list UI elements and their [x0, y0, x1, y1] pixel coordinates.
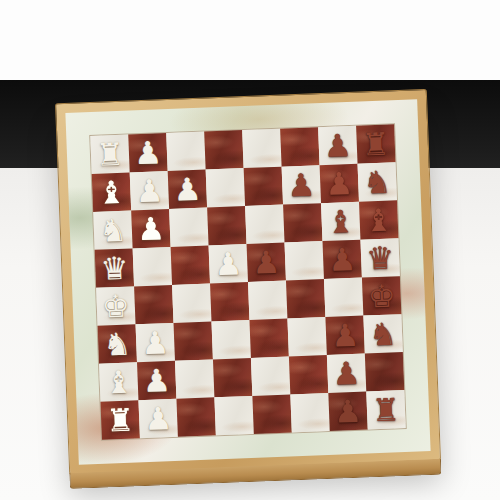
square-g2[interactable]: ♟	[137, 361, 176, 400]
square-g8[interactable]	[365, 352, 404, 391]
square-d2[interactable]	[133, 247, 172, 286]
square-d3[interactable]	[171, 245, 210, 284]
white-rook-h1[interactable]: ♜	[100, 400, 139, 439]
square-d6[interactable]	[285, 241, 324, 280]
square-a5[interactable]	[242, 129, 281, 168]
square-h2[interactable]: ♟	[138, 399, 177, 438]
white-pawn-f2[interactable]: ♟	[136, 323, 175, 362]
square-e4[interactable]	[210, 282, 249, 321]
white-king-e1[interactable]: ♚	[96, 286, 135, 325]
square-f1[interactable]: ♞	[98, 324, 137, 363]
square-a6[interactable]	[280, 127, 319, 166]
square-f2[interactable]: ♟	[136, 323, 175, 362]
square-e6[interactable]	[286, 279, 325, 318]
white-knight-c1[interactable]: ♞	[93, 210, 132, 249]
square-c3[interactable]	[169, 208, 208, 247]
red-pawn-h7[interactable]: ♟	[328, 392, 367, 431]
square-b4[interactable]	[206, 168, 245, 207]
white-pawn-h2[interactable]: ♟	[138, 399, 177, 438]
square-d7[interactable]: ♟	[322, 240, 361, 279]
square-d4[interactable]: ♟	[209, 244, 248, 283]
square-e2[interactable]	[134, 285, 173, 324]
square-b6[interactable]: ♟	[282, 165, 321, 204]
square-h1[interactable]: ♜	[100, 400, 139, 439]
square-c2[interactable]: ♟	[131, 209, 170, 248]
square-b8[interactable]: ♞	[358, 162, 397, 201]
white-pawn-b3[interactable]: ♟	[168, 170, 207, 209]
square-h4[interactable]	[214, 396, 253, 435]
red-pawn-f7[interactable]: ♟	[325, 316, 364, 355]
square-c4[interactable]	[207, 206, 246, 245]
square-a4[interactable]	[204, 130, 243, 169]
square-c7[interactable]: ♝	[321, 202, 360, 241]
square-g7[interactable]: ♟	[327, 354, 366, 393]
white-knight-f1[interactable]: ♞	[98, 324, 137, 363]
white-pawn-a2[interactable]: ♟	[128, 133, 167, 172]
square-e3[interactable]	[172, 283, 211, 322]
square-g6[interactable]	[289, 355, 328, 394]
chess-set: ♜♟♟♜♝♟♟♟♟♞♞♟♝♝♛♟♟♟♛♚♚♞♟♟♞♝♟♟♜♟♟♜	[55, 89, 441, 475]
square-f3[interactable]	[174, 321, 213, 360]
square-f4[interactable]	[211, 320, 250, 359]
square-d1[interactable]: ♛	[95, 248, 134, 287]
red-pawn-a7[interactable]: ♟	[318, 126, 357, 165]
square-c5[interactable]	[245, 205, 284, 244]
square-c1[interactable]: ♞	[93, 210, 132, 249]
square-b5[interactable]	[244, 167, 283, 206]
red-pawn-b7[interactable]: ♟	[320, 164, 359, 203]
square-h8[interactable]: ♜	[366, 390, 405, 429]
red-pawn-d5[interactable]: ♟	[247, 243, 286, 282]
chess-board: ♜♟♟♜♝♟♟♟♟♞♞♟♝♝♛♟♟♟♛♚♚♞♟♟♞♝♟♟♜♟♟♜	[89, 123, 407, 441]
red-rook-h8[interactable]: ♜	[366, 390, 405, 429]
square-h6[interactable]	[290, 393, 329, 432]
square-h7[interactable]: ♟	[328, 392, 367, 431]
white-pawn-d4[interactable]: ♟	[209, 244, 248, 283]
red-knight-b8[interactable]: ♞	[358, 162, 397, 201]
red-rook-a8[interactable]: ♜	[356, 124, 395, 163]
white-pawn-g2[interactable]: ♟	[137, 361, 176, 400]
square-f7[interactable]: ♟	[325, 316, 364, 355]
square-f8[interactable]: ♞	[363, 314, 402, 353]
white-pawn-c2[interactable]: ♟	[131, 209, 170, 248]
red-pawn-d7[interactable]: ♟	[322, 240, 361, 279]
square-e7[interactable]	[324, 278, 363, 317]
square-g1[interactable]: ♝	[99, 362, 138, 401]
white-bishop-g1[interactable]: ♝	[99, 362, 138, 401]
onyx-border: ♜♟♟♜♝♟♟♟♟♞♞♟♝♝♛♟♟♟♛♚♚♞♟♟♞♝♟♟♜♟♟♜	[65, 99, 430, 464]
square-a1[interactable]: ♜	[90, 134, 129, 173]
square-b7[interactable]: ♟	[320, 164, 359, 203]
square-e8[interactable]: ♚	[362, 276, 401, 315]
square-b1[interactable]: ♝	[92, 172, 131, 211]
square-b2[interactable]: ♟	[130, 171, 169, 210]
square-a2[interactable]: ♟	[128, 133, 167, 172]
square-g3[interactable]	[175, 359, 214, 398]
square-g4[interactable]	[213, 358, 252, 397]
square-d5[interactable]: ♟	[247, 243, 286, 282]
square-g5[interactable]	[251, 356, 290, 395]
red-king-e8[interactable]: ♚	[362, 276, 401, 315]
red-pawn-g7[interactable]: ♟	[327, 354, 366, 393]
square-h3[interactable]	[176, 397, 215, 436]
square-e5[interactable]	[248, 281, 287, 320]
square-h5[interactable]	[252, 394, 291, 433]
square-d8[interactable]: ♛	[360, 238, 399, 277]
white-queen-d1[interactable]: ♛	[95, 248, 134, 287]
red-bishop-c7[interactable]: ♝	[321, 202, 360, 241]
square-f6[interactable]	[287, 317, 326, 356]
red-queen-d8[interactable]: ♛	[360, 238, 399, 277]
red-pawn-b6[interactable]: ♟	[282, 165, 321, 204]
square-f5[interactable]	[249, 319, 288, 358]
red-bishop-c8[interactable]: ♝	[359, 200, 398, 239]
square-e1[interactable]: ♚	[96, 286, 135, 325]
square-c8[interactable]: ♝	[359, 200, 398, 239]
square-b3[interactable]: ♟	[168, 170, 207, 209]
square-a8[interactable]: ♜	[356, 124, 395, 163]
wooden-tray: ♜♟♟♜♝♟♟♟♟♞♞♟♝♝♛♟♟♟♛♚♚♞♟♟♞♝♟♟♜♟♟♜	[55, 89, 441, 475]
square-c6[interactable]	[283, 203, 322, 242]
white-pawn-b2[interactable]: ♟	[130, 171, 169, 210]
white-bishop-b1[interactable]: ♝	[92, 172, 131, 211]
square-a3[interactable]	[166, 132, 205, 171]
red-knight-f8[interactable]: ♞	[363, 314, 402, 353]
square-a7[interactable]: ♟	[318, 126, 357, 165]
white-rook-a1[interactable]: ♜	[90, 134, 129, 173]
backdrop-wall-top	[0, 0, 500, 82]
